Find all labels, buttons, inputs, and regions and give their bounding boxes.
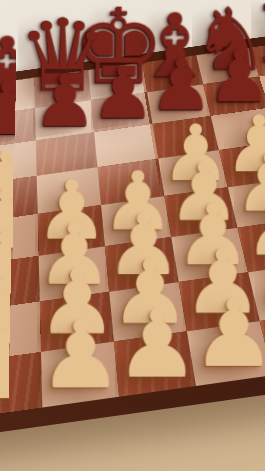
square-c1[interactable]: ♟ (0, 351, 42, 417)
square-f1[interactable]: ♟ (186, 320, 265, 385)
square-d1[interactable]: ♟ (40, 341, 118, 407)
chess-board: ♜♞♝♛♚♝♞♜♟♟♟♟♟♟♟♟♟♟♟♟♟♟♟♟♟♟♟♟♟♟♟♟♟♟♟♟♟♟♟♟… (0, 40, 265, 440)
chess-app-screenshot: ♜♞♝♛♚♝♞♜♟♟♟♟♟♟♟♟♟♟♟♟♟♟♟♟♟♟♟♟♟♟♟♟♟♟♟♟♟♟♟♟… (0, 0, 265, 471)
piece-black-pawn-d7[interactable]: ♟ (32, 68, 96, 134)
piece-white-pawn-f1[interactable]: ♟ (191, 290, 265, 377)
square-e1[interactable]: ♟ (113, 331, 195, 396)
piece-black-pawn-e7[interactable]: ♟ (91, 60, 155, 126)
piece-white-pawn-e1[interactable]: ♟ (114, 301, 199, 388)
board-frame: ♜♞♝♛♚♝♞♜♟♟♟♟♟♟♟♟♟♟♟♟♟♟♟♟♟♟♟♟♟♟♟♟♟♟♟♟♟♟♟♟… (0, 29, 265, 462)
scene-3d: ♜♞♝♛♚♝♞♜♟♟♟♟♟♟♟♟♟♟♟♟♟♟♟♟♟♟♟♟♟♟♟♟♟♟♟♟♟♟♟♟… (0, 0, 265, 471)
piece-white-pawn-d1[interactable]: ♟ (38, 312, 123, 399)
